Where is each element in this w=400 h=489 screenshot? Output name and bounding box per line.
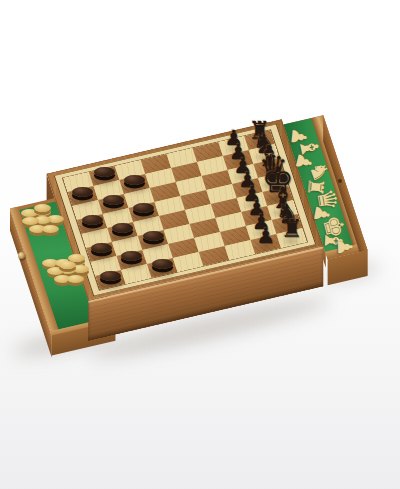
wall-knob-hole	[338, 179, 342, 183]
drawer-knob	[18, 252, 25, 259]
photo-scene: ♟♟♟♟♟♟♟♟♜♞♝♛♚♝♞♜♟♝♟♞♜♛♟♚♝♟	[0, 0, 400, 489]
